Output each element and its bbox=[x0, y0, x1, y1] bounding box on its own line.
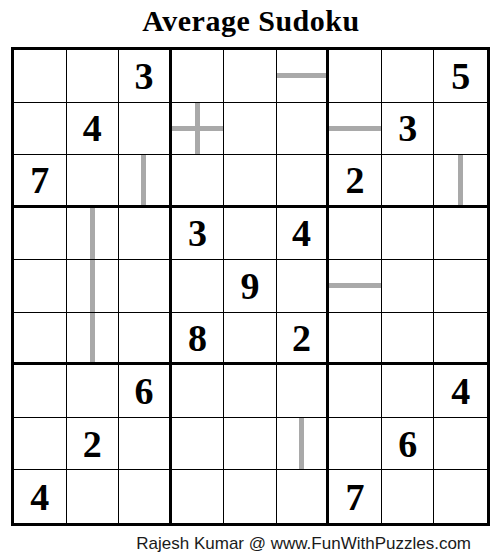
given-digit: 4 bbox=[83, 109, 102, 147]
average-line-vertical bbox=[141, 155, 146, 205]
cell-r1c2[interactable] bbox=[67, 50, 120, 103]
cell-r5c3[interactable] bbox=[119, 260, 172, 313]
cell-r4c5[interactable] bbox=[224, 208, 277, 261]
cell-r3c5[interactable] bbox=[224, 155, 277, 208]
cell-r4c4[interactable]: 3 bbox=[172, 208, 225, 261]
cell-r1c5[interactable] bbox=[224, 50, 277, 103]
cell-r9c9[interactable] bbox=[434, 470, 487, 523]
cell-r7c1[interactable] bbox=[14, 365, 67, 418]
cell-r8c5[interactable] bbox=[224, 418, 277, 471]
cell-r8c9[interactable] bbox=[434, 418, 487, 471]
average-line-vertical bbox=[195, 103, 200, 155]
given-digit: 2 bbox=[346, 161, 365, 199]
cell-r3c7[interactable]: 2 bbox=[329, 155, 382, 208]
cell-r4c3[interactable] bbox=[119, 208, 172, 261]
cell-r3c2[interactable] bbox=[67, 155, 120, 208]
cell-r3c3[interactable] bbox=[119, 155, 172, 208]
cell-r4c8[interactable] bbox=[382, 208, 435, 261]
cell-r8c1[interactable] bbox=[14, 418, 67, 471]
cell-r9c5[interactable] bbox=[224, 470, 277, 523]
cell-r1c4[interactable] bbox=[172, 50, 225, 103]
cell-r6c4[interactable]: 8 bbox=[172, 313, 225, 366]
given-digit: 3 bbox=[398, 109, 417, 147]
cell-r2c7[interactable] bbox=[329, 103, 382, 156]
cell-r7c6[interactable] bbox=[277, 365, 330, 418]
cell-r7c4[interactable] bbox=[172, 365, 225, 418]
cell-r5c2[interactable] bbox=[67, 260, 120, 313]
cell-r9c7[interactable]: 7 bbox=[329, 470, 382, 523]
cell-r8c6[interactable] bbox=[277, 418, 330, 471]
cell-r9c6[interactable] bbox=[277, 470, 330, 523]
page: Average Sudoku 35437234982642647 Rajesh … bbox=[0, 0, 502, 558]
cell-r9c1[interactable]: 4 bbox=[14, 470, 67, 523]
cell-r6c1[interactable] bbox=[14, 313, 67, 366]
average-line-vertical bbox=[299, 418, 304, 470]
given-digit: 2 bbox=[292, 319, 311, 357]
cell-r7c2[interactable] bbox=[67, 365, 120, 418]
cell-r3c6[interactable] bbox=[277, 155, 330, 208]
cell-r6c9[interactable] bbox=[434, 313, 487, 366]
cell-r9c2[interactable] bbox=[67, 470, 120, 523]
given-digit: 5 bbox=[451, 57, 470, 95]
average-line-vertical bbox=[90, 208, 95, 260]
cell-r9c3[interactable] bbox=[119, 470, 172, 523]
cell-r5c7[interactable] bbox=[329, 260, 382, 313]
cell-r5c8[interactable] bbox=[382, 260, 435, 313]
cell-r1c6[interactable] bbox=[277, 50, 330, 103]
cell-r1c3[interactable]: 3 bbox=[119, 50, 172, 103]
cell-r3c4[interactable] bbox=[172, 155, 225, 208]
cell-r3c8[interactable] bbox=[382, 155, 435, 208]
given-digit: 2 bbox=[83, 425, 102, 463]
cell-r2c6[interactable] bbox=[277, 103, 330, 156]
cell-r8c3[interactable] bbox=[119, 418, 172, 471]
cell-r4c1[interactable] bbox=[14, 208, 67, 261]
cell-r5c6[interactable] bbox=[277, 260, 330, 313]
given-digit: 4 bbox=[30, 478, 49, 516]
cell-r2c2[interactable]: 4 bbox=[67, 103, 120, 156]
puzzle-title: Average Sudoku bbox=[0, 4, 502, 38]
average-line-vertical bbox=[90, 260, 95, 312]
average-line-vertical bbox=[90, 313, 95, 363]
given-digit: 6 bbox=[134, 372, 153, 410]
sudoku-board: 35437234982642647 bbox=[11, 47, 490, 526]
cell-r5c4[interactable] bbox=[172, 260, 225, 313]
given-digit: 6 bbox=[398, 425, 417, 463]
cell-r6c7[interactable] bbox=[329, 313, 382, 366]
given-digit: 7 bbox=[346, 478, 365, 516]
cell-r5c9[interactable] bbox=[434, 260, 487, 313]
cell-r6c5[interactable] bbox=[224, 313, 277, 366]
given-digit: 8 bbox=[188, 319, 207, 357]
average-line-vertical bbox=[458, 155, 463, 205]
given-digit: 7 bbox=[30, 161, 49, 199]
cell-r6c2[interactable] bbox=[67, 313, 120, 366]
cell-r2c8[interactable]: 3 bbox=[382, 103, 435, 156]
cell-r2c4[interactable] bbox=[172, 103, 225, 156]
cell-r8c2[interactable]: 2 bbox=[67, 418, 120, 471]
given-digit: 4 bbox=[451, 372, 470, 410]
average-line-horizontal bbox=[329, 126, 381, 131]
cell-r4c6[interactable]: 4 bbox=[277, 208, 330, 261]
cell-r2c3[interactable] bbox=[119, 103, 172, 156]
cell-r9c8[interactable] bbox=[382, 470, 435, 523]
credit-text: Rajesh Kumar @ www.FunWithPuzzles.com bbox=[136, 534, 471, 554]
cell-r4c9[interactable] bbox=[434, 208, 487, 261]
given-digit: 4 bbox=[292, 214, 311, 252]
cell-r2c1[interactable] bbox=[14, 103, 67, 156]
cell-r5c1[interactable] bbox=[14, 260, 67, 313]
average-line-horizontal bbox=[277, 73, 327, 78]
cell-r7c8[interactable] bbox=[382, 365, 435, 418]
given-digit: 3 bbox=[134, 57, 153, 95]
cell-r4c7[interactable] bbox=[329, 208, 382, 261]
cell-r1c7[interactable] bbox=[329, 50, 382, 103]
cell-r6c8[interactable] bbox=[382, 313, 435, 366]
cell-r3c9[interactable] bbox=[434, 155, 487, 208]
cell-r8c7[interactable] bbox=[329, 418, 382, 471]
cell-r1c8[interactable] bbox=[382, 50, 435, 103]
cell-r7c3[interactable]: 6 bbox=[119, 365, 172, 418]
given-digit: 3 bbox=[188, 214, 207, 252]
cell-r5c5[interactable]: 9 bbox=[224, 260, 277, 313]
cell-r8c8[interactable]: 6 bbox=[382, 418, 435, 471]
cell-r7c5[interactable] bbox=[224, 365, 277, 418]
given-digit: 9 bbox=[240, 267, 259, 305]
average-line-horizontal bbox=[329, 283, 381, 288]
cell-r2c9[interactable] bbox=[434, 103, 487, 156]
cell-r4c2[interactable] bbox=[67, 208, 120, 261]
cell-r6c6[interactable]: 2 bbox=[277, 313, 330, 366]
cell-r9c4[interactable] bbox=[172, 470, 225, 523]
cell-r2c5[interactable] bbox=[224, 103, 277, 156]
cell-r3c1[interactable]: 7 bbox=[14, 155, 67, 208]
cell-r8c4[interactable] bbox=[172, 418, 225, 471]
cell-r6c3[interactable] bbox=[119, 313, 172, 366]
cell-r1c1[interactable] bbox=[14, 50, 67, 103]
cell-r1c9[interactable]: 5 bbox=[434, 50, 487, 103]
cell-r7c7[interactable] bbox=[329, 365, 382, 418]
cell-r7c9[interactable]: 4 bbox=[434, 365, 487, 418]
